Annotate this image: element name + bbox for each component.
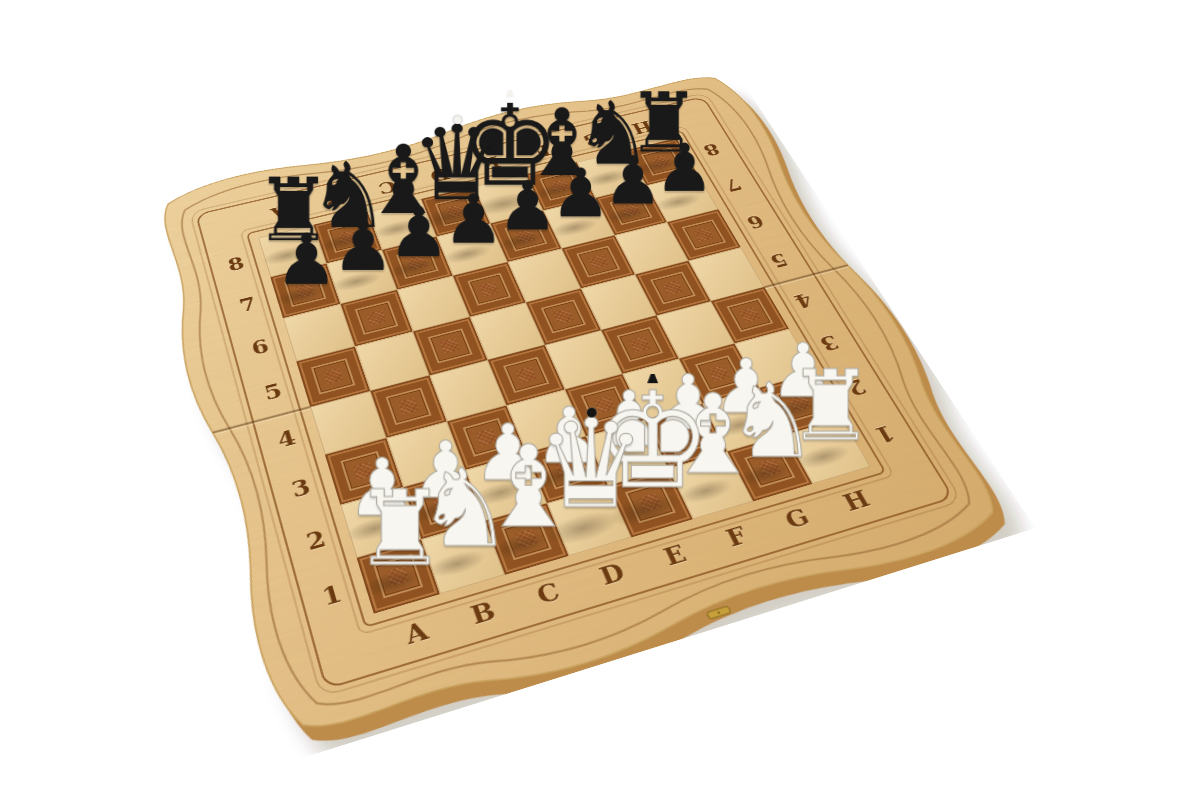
file-label-near-B: B — [467, 596, 499, 630]
file-label-near-A: A — [402, 616, 432, 651]
file-label-near-F: F — [721, 521, 751, 552]
file-label-near-H: H — [838, 485, 874, 517]
board-face: ♜♞♝♛♚♝♞♜♟♟♟♟♟♟♟♟♟♟♟♟♟♟♟♟♜♞♝♛♚♝♞♜ AABBCCD… — [138, 59, 1036, 766]
finial-black-ball — [586, 408, 596, 418]
rank-label-left-1: 1 — [319, 579, 345, 612]
square-c6[interactable] — [397, 276, 470, 332]
rank-label-left-2: 2 — [303, 525, 329, 556]
pawn-icon: ♟ — [275, 219, 338, 301]
piece-glyph: ♟ — [248, 225, 365, 295]
square-h5[interactable] — [689, 247, 765, 301]
rank-label-left-7: 7 — [237, 293, 259, 317]
rank-label-left-5: 5 — [261, 379, 284, 406]
piece-glyph: ♜ — [332, 477, 468, 581]
play-area: ♜♞♝♛♚♝♞♜♟♟♟♟♟♟♟♟♟♟♟♟♟♟♟♟♜♞♝♛♚♝♞♜ — [258, 138, 871, 614]
rook-icon: ♜ — [353, 468, 446, 589]
rank-label-right-5: 5 — [766, 249, 792, 272]
file-label-near-D: D — [595, 558, 629, 591]
file-label-near-C: C — [533, 577, 564, 610]
finial-white-ball — [453, 116, 461, 124]
rank-label-right-4: 4 — [790, 289, 817, 313]
finial-white-cone — [505, 85, 514, 97]
square-d5[interactable] — [470, 303, 545, 361]
finial-black-cone — [647, 369, 658, 383]
rank-label-left-3: 3 — [289, 474, 314, 503]
rank-label-left-4: 4 — [275, 425, 299, 453]
rank-label-left-8: 8 — [225, 253, 246, 276]
photo-scene: ♜♞♝♛♚♝♞♜♟♟♟♟♟♟♟♟♟♟♟♟♟♟♟♟♜♞♝♛♚♝♞♜ AABBCCD… — [0, 0, 1200, 800]
chess-board: ♜♞♝♛♚♝♞♜♟♟♟♟♟♟♟♟♟♟♟♟♟♟♟♟♜♞♝♛♚♝♞♜ AABBCCD… — [138, 59, 1036, 766]
file-label-near-G: G — [780, 503, 814, 534]
file-label-near-E: E — [659, 539, 690, 571]
rank-label-left-6: 6 — [249, 335, 272, 360]
rank-label-right-6: 6 — [743, 211, 768, 233]
